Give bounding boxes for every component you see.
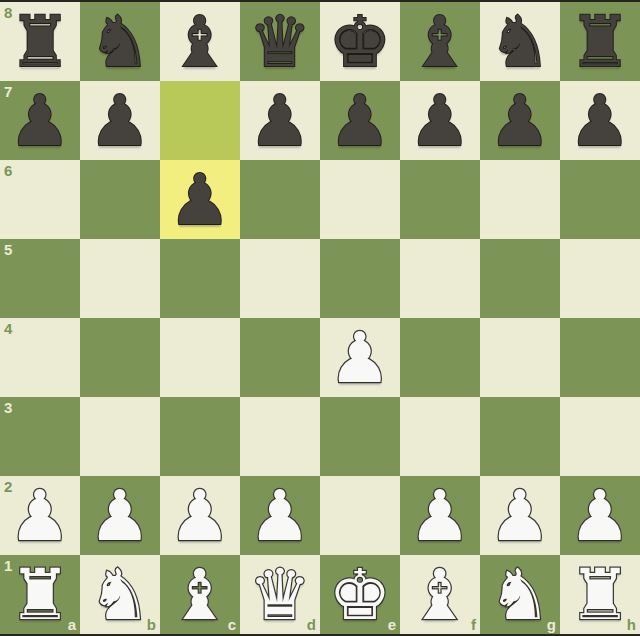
square-f4[interactable]: [400, 318, 480, 397]
square-d5[interactable]: [240, 239, 320, 318]
square-h6[interactable]: [560, 160, 640, 239]
piece-white-pawn-g2[interactable]: ♟: [480, 476, 560, 555]
piece-white-king-e1[interactable]: ♚: [320, 555, 400, 634]
square-d1[interactable]: d♛: [240, 555, 320, 634]
piece-black-king-e8[interactable]: ♚: [320, 2, 400, 81]
piece-black-pawn-c6[interactable]: ♟: [160, 160, 240, 239]
square-c2[interactable]: ♟: [160, 476, 240, 555]
square-c4[interactable]: [160, 318, 240, 397]
square-e6[interactable]: [320, 160, 400, 239]
square-b3[interactable]: [80, 397, 160, 476]
square-a5[interactable]: 5: [0, 239, 80, 318]
square-d2[interactable]: ♟: [240, 476, 320, 555]
square-h3[interactable]: [560, 397, 640, 476]
piece-white-knight-g1[interactable]: ♞: [480, 555, 560, 634]
square-a1[interactable]: 1a♜: [0, 555, 80, 634]
square-c1[interactable]: c♝: [160, 555, 240, 634]
piece-black-pawn-a7[interactable]: ♟: [0, 81, 80, 160]
square-f1[interactable]: f♝: [400, 555, 480, 634]
piece-white-pawn-c2[interactable]: ♟: [160, 476, 240, 555]
square-d3[interactable]: [240, 397, 320, 476]
piece-white-bishop-f1[interactable]: ♝: [400, 555, 480, 634]
square-c6[interactable]: ♟: [160, 160, 240, 239]
square-e5[interactable]: [320, 239, 400, 318]
piece-white-bishop-c1[interactable]: ♝: [160, 555, 240, 634]
piece-black-rook-a8[interactable]: ♜: [0, 2, 80, 81]
square-g4[interactable]: [480, 318, 560, 397]
piece-black-knight-g8[interactable]: ♞: [480, 2, 560, 81]
piece-black-pawn-e7[interactable]: ♟: [320, 81, 400, 160]
piece-black-pawn-f7[interactable]: ♟: [400, 81, 480, 160]
square-b2[interactable]: ♟: [80, 476, 160, 555]
chess-board[interactable]: 8♜♞♝♛♚♝♞♜7♟♟♟♟♟♟♟6♟54♟32♟♟♟♟♟♟♟1a♜b♞c♝d♛…: [0, 0, 640, 636]
square-g7[interactable]: ♟: [480, 81, 560, 160]
square-g3[interactable]: [480, 397, 560, 476]
rank-label-6: 6: [4, 162, 12, 179]
square-g1[interactable]: g♞: [480, 555, 560, 634]
square-c3[interactable]: [160, 397, 240, 476]
square-b4[interactable]: [80, 318, 160, 397]
square-g6[interactable]: [480, 160, 560, 239]
square-g2[interactable]: ♟: [480, 476, 560, 555]
piece-white-pawn-e4[interactable]: ♟: [320, 318, 400, 397]
square-e1[interactable]: e♚: [320, 555, 400, 634]
square-h2[interactable]: ♟: [560, 476, 640, 555]
square-a4[interactable]: 4: [0, 318, 80, 397]
piece-black-pawn-h7[interactable]: ♟: [560, 81, 640, 160]
square-a7[interactable]: 7♟: [0, 81, 80, 160]
square-e8[interactable]: ♚: [320, 2, 400, 81]
piece-white-pawn-f2[interactable]: ♟: [400, 476, 480, 555]
piece-black-pawn-g7[interactable]: ♟: [480, 81, 560, 160]
square-h4[interactable]: [560, 318, 640, 397]
square-e4[interactable]: ♟: [320, 318, 400, 397]
square-b6[interactable]: [80, 160, 160, 239]
square-e2[interactable]: [320, 476, 400, 555]
piece-black-queen-d8[interactable]: ♛: [240, 2, 320, 81]
square-e7[interactable]: ♟: [320, 81, 400, 160]
piece-white-queen-d1[interactable]: ♛: [240, 555, 320, 634]
piece-white-pawn-a2[interactable]: ♟: [0, 476, 80, 555]
square-f6[interactable]: [400, 160, 480, 239]
piece-black-pawn-d7[interactable]: ♟: [240, 81, 320, 160]
piece-black-bishop-c8[interactable]: ♝: [160, 2, 240, 81]
piece-white-knight-b1[interactable]: ♞: [80, 555, 160, 634]
piece-black-knight-b8[interactable]: ♞: [80, 2, 160, 81]
square-c8[interactable]: ♝: [160, 2, 240, 81]
square-h8[interactable]: ♜: [560, 2, 640, 81]
square-f7[interactable]: ♟: [400, 81, 480, 160]
square-g8[interactable]: ♞: [480, 2, 560, 81]
square-b1[interactable]: b♞: [80, 555, 160, 634]
square-d4[interactable]: [240, 318, 320, 397]
square-b7[interactable]: ♟: [80, 81, 160, 160]
square-a6[interactable]: 6: [0, 160, 80, 239]
square-f8[interactable]: ♝: [400, 2, 480, 81]
rank-label-3: 3: [4, 399, 12, 416]
square-b5[interactable]: [80, 239, 160, 318]
square-a8[interactable]: 8♜: [0, 2, 80, 81]
square-e3[interactable]: [320, 397, 400, 476]
square-c5[interactable]: [160, 239, 240, 318]
square-f2[interactable]: ♟: [400, 476, 480, 555]
square-h5[interactable]: [560, 239, 640, 318]
square-b8[interactable]: ♞: [80, 2, 160, 81]
piece-white-rook-h1[interactable]: ♜: [560, 555, 640, 634]
square-d6[interactable]: [240, 160, 320, 239]
square-g5[interactable]: [480, 239, 560, 318]
square-h7[interactable]: ♟: [560, 81, 640, 160]
piece-black-rook-h8[interactable]: ♜: [560, 2, 640, 81]
square-d8[interactable]: ♛: [240, 2, 320, 81]
rank-label-4: 4: [4, 320, 12, 337]
square-c7[interactable]: [160, 81, 240, 160]
square-f3[interactable]: [400, 397, 480, 476]
square-h1[interactable]: h♜: [560, 555, 640, 634]
piece-white-pawn-h2[interactable]: ♟: [560, 476, 640, 555]
square-d7[interactable]: ♟: [240, 81, 320, 160]
piece-white-pawn-b2[interactable]: ♟: [80, 476, 160, 555]
square-a3[interactable]: 3: [0, 397, 80, 476]
rank-label-5: 5: [4, 241, 12, 258]
square-f5[interactable]: [400, 239, 480, 318]
square-a2[interactable]: 2♟: [0, 476, 80, 555]
piece-black-bishop-f8[interactable]: ♝: [400, 2, 480, 81]
piece-black-pawn-b7[interactable]: ♟: [80, 81, 160, 160]
piece-white-pawn-d2[interactable]: ♟: [240, 476, 320, 555]
piece-white-rook-a1[interactable]: ♜: [0, 555, 80, 634]
